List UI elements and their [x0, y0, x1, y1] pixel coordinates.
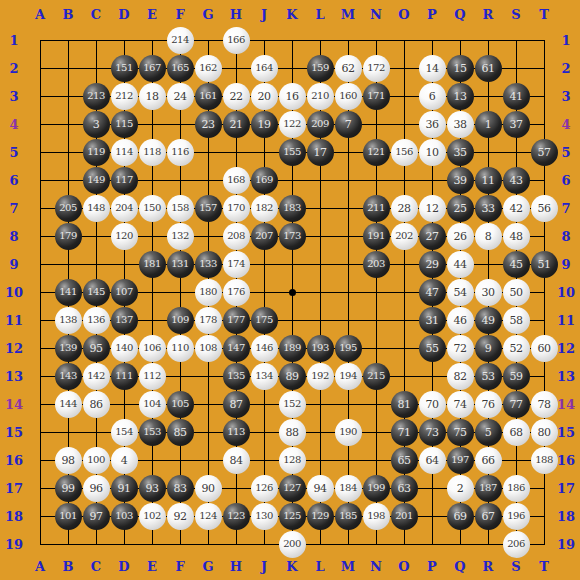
board-intersection-B16[interactable]: 98	[54, 446, 82, 474]
board-intersection-N12[interactable]	[362, 334, 390, 362]
board-intersection-J18[interactable]: 130	[250, 502, 278, 530]
board-intersection-K10[interactable]	[278, 278, 306, 306]
board-intersection-G18[interactable]: 124	[194, 502, 222, 530]
board-intersection-B2[interactable]	[54, 54, 82, 82]
board-intersection-K2[interactable]	[278, 54, 306, 82]
board-intersection-F19[interactable]	[166, 530, 194, 558]
board-intersection-Q8[interactable]: 26	[446, 222, 474, 250]
board-intersection-E2[interactable]: 167	[138, 54, 166, 82]
board-intersection-Q18[interactable]: 69	[446, 502, 474, 530]
board-intersection-D15[interactable]: 154	[110, 418, 138, 446]
board-intersection-P19[interactable]	[418, 530, 446, 558]
board-intersection-E9[interactable]: 181	[138, 250, 166, 278]
board-intersection-E15[interactable]: 153	[138, 418, 166, 446]
board-intersection-D3[interactable]: 212	[110, 82, 138, 110]
board-intersection-G17[interactable]: 90	[194, 474, 222, 502]
board-intersection-K16[interactable]: 128	[278, 446, 306, 474]
board-intersection-P18[interactable]	[418, 502, 446, 530]
board-intersection-N13[interactable]: 215	[362, 362, 390, 390]
board-intersection-K8[interactable]: 173	[278, 222, 306, 250]
board-intersection-T2[interactable]	[530, 54, 558, 82]
board-intersection-E14[interactable]: 104	[138, 390, 166, 418]
board-intersection-J12[interactable]: 146	[250, 334, 278, 362]
board-intersection-K6[interactable]	[278, 166, 306, 194]
board-intersection-G16[interactable]	[194, 446, 222, 474]
board-intersection-D5[interactable]: 114	[110, 138, 138, 166]
board-intersection-E11[interactable]	[138, 306, 166, 334]
board-intersection-M4[interactable]: 7	[334, 110, 362, 138]
board-intersection-C10[interactable]: 145	[82, 278, 110, 306]
board-intersection-G4[interactable]: 23	[194, 110, 222, 138]
board-intersection-T11[interactable]	[530, 306, 558, 334]
board-intersection-Q7[interactable]: 25	[446, 194, 474, 222]
board-intersection-M13[interactable]: 194	[334, 362, 362, 390]
board-intersection-A8[interactable]	[26, 222, 54, 250]
board-intersection-L7[interactable]	[306, 194, 334, 222]
board-intersection-B6[interactable]	[54, 166, 82, 194]
board-intersection-D2[interactable]: 151	[110, 54, 138, 82]
board-intersection-L17[interactable]: 94	[306, 474, 334, 502]
board-intersection-F12[interactable]: 110	[166, 334, 194, 362]
board-intersection-G10[interactable]: 180	[194, 278, 222, 306]
board-intersection-S7[interactable]: 42	[502, 194, 530, 222]
board-intersection-T18[interactable]	[530, 502, 558, 530]
board-intersection-R18[interactable]: 67	[474, 502, 502, 530]
board-intersection-L19[interactable]	[306, 530, 334, 558]
board-intersection-G11[interactable]: 178	[194, 306, 222, 334]
board-intersection-F1[interactable]: 214	[166, 26, 194, 54]
board-intersection-S2[interactable]	[502, 54, 530, 82]
board-intersection-J16[interactable]	[250, 446, 278, 474]
board-intersection-T12[interactable]: 60	[530, 334, 558, 362]
board-intersection-O8[interactable]: 202	[390, 222, 418, 250]
board-intersection-R8[interactable]: 8	[474, 222, 502, 250]
board-intersection-C7[interactable]: 148	[82, 194, 110, 222]
board-intersection-H12[interactable]: 147	[222, 334, 250, 362]
board-intersection-R7[interactable]: 33	[474, 194, 502, 222]
board-intersection-H11[interactable]: 177	[222, 306, 250, 334]
board-intersection-E5[interactable]: 118	[138, 138, 166, 166]
board-intersection-F9[interactable]: 131	[166, 250, 194, 278]
board-intersection-G3[interactable]: 161	[194, 82, 222, 110]
board-intersection-J1[interactable]	[250, 26, 278, 54]
board-intersection-N5[interactable]: 121	[362, 138, 390, 166]
board-intersection-R19[interactable]	[474, 530, 502, 558]
board-intersection-F10[interactable]	[166, 278, 194, 306]
board-intersection-M17[interactable]: 184	[334, 474, 362, 502]
board-intersection-J2[interactable]: 164	[250, 54, 278, 82]
board-intersection-E10[interactable]	[138, 278, 166, 306]
board-intersection-T19[interactable]	[530, 530, 558, 558]
board-intersection-K17[interactable]: 127	[278, 474, 306, 502]
board-intersection-F8[interactable]: 132	[166, 222, 194, 250]
board-intersection-K4[interactable]: 122	[278, 110, 306, 138]
board-intersection-F13[interactable]	[166, 362, 194, 390]
board-intersection-T6[interactable]	[530, 166, 558, 194]
board-intersection-H9[interactable]: 174	[222, 250, 250, 278]
board-intersection-T4[interactable]	[530, 110, 558, 138]
board-intersection-S19[interactable]: 206	[502, 530, 530, 558]
board-intersection-S10[interactable]: 50	[502, 278, 530, 306]
board-intersection-L11[interactable]	[306, 306, 334, 334]
board-intersection-L2[interactable]: 159	[306, 54, 334, 82]
board-intersection-F17[interactable]: 83	[166, 474, 194, 502]
board-intersection-F4[interactable]	[166, 110, 194, 138]
board-intersection-K15[interactable]: 88	[278, 418, 306, 446]
board-intersection-D9[interactable]	[110, 250, 138, 278]
board-intersection-T5[interactable]: 57	[530, 138, 558, 166]
board-intersection-S4[interactable]: 37	[502, 110, 530, 138]
board-intersection-C19[interactable]	[82, 530, 110, 558]
board-intersection-L15[interactable]	[306, 418, 334, 446]
board-intersection-C1[interactable]	[82, 26, 110, 54]
board-intersection-M3[interactable]: 160	[334, 82, 362, 110]
board-intersection-K12[interactable]: 189	[278, 334, 306, 362]
board-intersection-E13[interactable]: 112	[138, 362, 166, 390]
board-intersection-Q2[interactable]: 15	[446, 54, 474, 82]
board-intersection-D6[interactable]: 117	[110, 166, 138, 194]
board-intersection-D13[interactable]: 111	[110, 362, 138, 390]
board-intersection-L9[interactable]	[306, 250, 334, 278]
board-intersection-A14[interactable]	[26, 390, 54, 418]
board-intersection-M16[interactable]	[334, 446, 362, 474]
board-intersection-M5[interactable]	[334, 138, 362, 166]
board-intersection-Q13[interactable]: 82	[446, 362, 474, 390]
board-intersection-L14[interactable]	[306, 390, 334, 418]
board-intersection-C18[interactable]: 97	[82, 502, 110, 530]
board-intersection-A1[interactable]	[26, 26, 54, 54]
board-intersection-D16[interactable]: 4	[110, 446, 138, 474]
board-intersection-S17[interactable]: 186	[502, 474, 530, 502]
board-intersection-N17[interactable]: 199	[362, 474, 390, 502]
board-intersection-R14[interactable]: 76	[474, 390, 502, 418]
board-intersection-E4[interactable]	[138, 110, 166, 138]
board-intersection-T14[interactable]: 78	[530, 390, 558, 418]
board-intersection-Q12[interactable]: 72	[446, 334, 474, 362]
board-intersection-J17[interactable]: 126	[250, 474, 278, 502]
board-intersection-J4[interactable]: 19	[250, 110, 278, 138]
board-intersection-J15[interactable]	[250, 418, 278, 446]
board-intersection-D11[interactable]: 137	[110, 306, 138, 334]
board-intersection-E8[interactable]	[138, 222, 166, 250]
board-intersection-A5[interactable]	[26, 138, 54, 166]
board-intersection-C8[interactable]	[82, 222, 110, 250]
board-intersection-F11[interactable]: 109	[166, 306, 194, 334]
board-intersection-Q10[interactable]: 54	[446, 278, 474, 306]
board-intersection-G13[interactable]	[194, 362, 222, 390]
board-intersection-T10[interactable]	[530, 278, 558, 306]
board-intersection-N19[interactable]	[362, 530, 390, 558]
board-intersection-G19[interactable]	[194, 530, 222, 558]
board-intersection-P5[interactable]: 10	[418, 138, 446, 166]
board-intersection-N9[interactable]: 203	[362, 250, 390, 278]
board-intersection-B14[interactable]: 144	[54, 390, 82, 418]
board-intersection-H17[interactable]	[222, 474, 250, 502]
board-intersection-P15[interactable]: 73	[418, 418, 446, 446]
board-intersection-S16[interactable]	[502, 446, 530, 474]
board-intersection-K9[interactable]	[278, 250, 306, 278]
board-intersection-D19[interactable]	[110, 530, 138, 558]
board-intersection-H8[interactable]: 208	[222, 222, 250, 250]
board-intersection-A7[interactable]	[26, 194, 54, 222]
board-intersection-N18[interactable]: 198	[362, 502, 390, 530]
board-intersection-C16[interactable]: 100	[82, 446, 110, 474]
board-intersection-F18[interactable]: 92	[166, 502, 194, 530]
board-intersection-M15[interactable]: 190	[334, 418, 362, 446]
board-intersection-J6[interactable]: 169	[250, 166, 278, 194]
board-intersection-R15[interactable]: 5	[474, 418, 502, 446]
board-intersection-M14[interactable]	[334, 390, 362, 418]
board-intersection-L5[interactable]: 17	[306, 138, 334, 166]
board-intersection-L4[interactable]: 209	[306, 110, 334, 138]
board-intersection-S5[interactable]	[502, 138, 530, 166]
board-intersection-D10[interactable]: 107	[110, 278, 138, 306]
board-intersection-N4[interactable]	[362, 110, 390, 138]
board-intersection-M19[interactable]	[334, 530, 362, 558]
board-intersection-B1[interactable]	[54, 26, 82, 54]
board-intersection-P9[interactable]: 29	[418, 250, 446, 278]
board-intersection-N2[interactable]: 172	[362, 54, 390, 82]
board-intersection-J10[interactable]	[250, 278, 278, 306]
board-intersection-E12[interactable]: 106	[138, 334, 166, 362]
board-intersection-N8[interactable]: 191	[362, 222, 390, 250]
board-intersection-H18[interactable]: 123	[222, 502, 250, 530]
board-intersection-F5[interactable]: 116	[166, 138, 194, 166]
board-intersection-A13[interactable]	[26, 362, 54, 390]
board-intersection-L6[interactable]	[306, 166, 334, 194]
board-intersection-L16[interactable]	[306, 446, 334, 474]
board-intersection-R9[interactable]	[474, 250, 502, 278]
board-intersection-J13[interactable]: 134	[250, 362, 278, 390]
board-intersection-M10[interactable]	[334, 278, 362, 306]
board-intersection-F7[interactable]: 158	[166, 194, 194, 222]
board-intersection-J3[interactable]: 20	[250, 82, 278, 110]
board-intersection-L18[interactable]: 129	[306, 502, 334, 530]
board-intersection-O1[interactable]	[390, 26, 418, 54]
board-intersection-D17[interactable]: 91	[110, 474, 138, 502]
board-intersection-T13[interactable]	[530, 362, 558, 390]
board-intersection-O2[interactable]	[390, 54, 418, 82]
board-intersection-B7[interactable]: 205	[54, 194, 82, 222]
board-intersection-G6[interactable]	[194, 166, 222, 194]
board-intersection-L13[interactable]: 192	[306, 362, 334, 390]
board-intersection-Q1[interactable]	[446, 26, 474, 54]
board-intersection-Q4[interactable]: 38	[446, 110, 474, 138]
board-intersection-S11[interactable]: 58	[502, 306, 530, 334]
board-intersection-E1[interactable]	[138, 26, 166, 54]
board-intersection-K14[interactable]: 152	[278, 390, 306, 418]
board-intersection-O17[interactable]: 63	[390, 474, 418, 502]
board-intersection-C6[interactable]: 149	[82, 166, 110, 194]
board-intersection-P13[interactable]	[418, 362, 446, 390]
board-intersection-G1[interactable]	[194, 26, 222, 54]
board-intersection-O3[interactable]	[390, 82, 418, 110]
board-intersection-P2[interactable]: 14	[418, 54, 446, 82]
board-intersection-N16[interactable]	[362, 446, 390, 474]
board-intersection-H13[interactable]: 135	[222, 362, 250, 390]
board-intersection-R1[interactable]	[474, 26, 502, 54]
board-intersection-A12[interactable]	[26, 334, 54, 362]
board-intersection-O10[interactable]	[390, 278, 418, 306]
board-intersection-P3[interactable]: 6	[418, 82, 446, 110]
board-intersection-C13[interactable]: 142	[82, 362, 110, 390]
board-intersection-Q16[interactable]: 197	[446, 446, 474, 474]
board-intersection-L8[interactable]	[306, 222, 334, 250]
board-intersection-H3[interactable]: 22	[222, 82, 250, 110]
board-intersection-J19[interactable]	[250, 530, 278, 558]
board-intersection-K13[interactable]: 89	[278, 362, 306, 390]
board-intersection-J7[interactable]: 182	[250, 194, 278, 222]
board-intersection-S18[interactable]: 196	[502, 502, 530, 530]
board-intersection-C5[interactable]: 119	[82, 138, 110, 166]
board-intersection-A11[interactable]	[26, 306, 54, 334]
board-intersection-S12[interactable]: 52	[502, 334, 530, 362]
board-intersection-R2[interactable]: 61	[474, 54, 502, 82]
board-intersection-T1[interactable]	[530, 26, 558, 54]
board-intersection-E7[interactable]: 150	[138, 194, 166, 222]
board-intersection-O5[interactable]: 156	[390, 138, 418, 166]
board-intersection-D1[interactable]	[110, 26, 138, 54]
board-intersection-M11[interactable]	[334, 306, 362, 334]
board-intersection-F2[interactable]: 165	[166, 54, 194, 82]
board-intersection-B11[interactable]: 138	[54, 306, 82, 334]
board-intersection-D7[interactable]: 204	[110, 194, 138, 222]
board-intersection-F6[interactable]	[166, 166, 194, 194]
board-intersection-M2[interactable]: 62	[334, 54, 362, 82]
board-intersection-G12[interactable]: 108	[194, 334, 222, 362]
board-intersection-F14[interactable]: 105	[166, 390, 194, 418]
board-intersection-T9[interactable]: 51	[530, 250, 558, 278]
board-intersection-N11[interactable]	[362, 306, 390, 334]
board-intersection-O4[interactable]	[390, 110, 418, 138]
board-intersection-S3[interactable]: 41	[502, 82, 530, 110]
board-intersection-B3[interactable]	[54, 82, 82, 110]
board-intersection-M8[interactable]	[334, 222, 362, 250]
board-intersection-M18[interactable]: 185	[334, 502, 362, 530]
board-intersection-R17[interactable]: 187	[474, 474, 502, 502]
board-intersection-H5[interactable]	[222, 138, 250, 166]
board-intersection-T3[interactable]	[530, 82, 558, 110]
board-intersection-N7[interactable]: 211	[362, 194, 390, 222]
board-intersection-H2[interactable]	[222, 54, 250, 82]
board-intersection-G2[interactable]: 162	[194, 54, 222, 82]
board-intersection-B13[interactable]: 143	[54, 362, 82, 390]
board-intersection-P6[interactable]	[418, 166, 446, 194]
board-intersection-O16[interactable]: 65	[390, 446, 418, 474]
board-intersection-C9[interactable]	[82, 250, 110, 278]
board-intersection-B8[interactable]: 179	[54, 222, 82, 250]
board-intersection-A18[interactable]	[26, 502, 54, 530]
board-intersection-H19[interactable]	[222, 530, 250, 558]
board-intersection-H7[interactable]: 170	[222, 194, 250, 222]
board-intersection-B4[interactable]	[54, 110, 82, 138]
board-intersection-G8[interactable]	[194, 222, 222, 250]
board-intersection-E3[interactable]: 18	[138, 82, 166, 110]
board-intersection-H16[interactable]: 84	[222, 446, 250, 474]
board-intersection-R16[interactable]: 66	[474, 446, 502, 474]
board-intersection-S8[interactable]: 48	[502, 222, 530, 250]
board-intersection-B5[interactable]	[54, 138, 82, 166]
board-intersection-G14[interactable]	[194, 390, 222, 418]
board-intersection-G9[interactable]: 133	[194, 250, 222, 278]
board-intersection-J8[interactable]: 207	[250, 222, 278, 250]
board-intersection-H6[interactable]: 168	[222, 166, 250, 194]
board-intersection-S9[interactable]: 45	[502, 250, 530, 278]
board-intersection-P14[interactable]: 70	[418, 390, 446, 418]
board-intersection-N3[interactable]: 171	[362, 82, 390, 110]
board-intersection-Q11[interactable]: 46	[446, 306, 474, 334]
board-intersection-N14[interactable]	[362, 390, 390, 418]
board-intersection-O14[interactable]: 81	[390, 390, 418, 418]
board-intersection-G5[interactable]	[194, 138, 222, 166]
board-intersection-B10[interactable]: 141	[54, 278, 82, 306]
board-intersection-B17[interactable]: 99	[54, 474, 82, 502]
board-intersection-K3[interactable]: 16	[278, 82, 306, 110]
board-intersection-S1[interactable]	[502, 26, 530, 54]
board-intersection-Q14[interactable]: 74	[446, 390, 474, 418]
board-intersection-T7[interactable]: 56	[530, 194, 558, 222]
board-intersection-D4[interactable]: 115	[110, 110, 138, 138]
board-intersection-F15[interactable]: 85	[166, 418, 194, 446]
board-intersection-R13[interactable]: 53	[474, 362, 502, 390]
board-intersection-O7[interactable]: 28	[390, 194, 418, 222]
board-intersection-O9[interactable]	[390, 250, 418, 278]
board-intersection-K18[interactable]: 125	[278, 502, 306, 530]
board-intersection-K11[interactable]	[278, 306, 306, 334]
board-intersection-J5[interactable]	[250, 138, 278, 166]
board-intersection-Q3[interactable]: 13	[446, 82, 474, 110]
board-intersection-H14[interactable]: 87	[222, 390, 250, 418]
board-intersection-P11[interactable]: 31	[418, 306, 446, 334]
board-intersection-K1[interactable]	[278, 26, 306, 54]
board-intersection-S15[interactable]: 68	[502, 418, 530, 446]
board-intersection-L1[interactable]	[306, 26, 334, 54]
board-intersection-A6[interactable]	[26, 166, 54, 194]
board-intersection-B18[interactable]: 101	[54, 502, 82, 530]
board-intersection-M9[interactable]	[334, 250, 362, 278]
board-intersection-P12[interactable]: 55	[418, 334, 446, 362]
board-intersection-O12[interactable]	[390, 334, 418, 362]
board-intersection-C3[interactable]: 213	[82, 82, 110, 110]
board-intersection-A10[interactable]	[26, 278, 54, 306]
board-intersection-M6[interactable]	[334, 166, 362, 194]
board-intersection-R6[interactable]: 11	[474, 166, 502, 194]
board-intersection-O19[interactable]	[390, 530, 418, 558]
board-intersection-S14[interactable]: 77	[502, 390, 530, 418]
board-intersection-C11[interactable]: 136	[82, 306, 110, 334]
board-intersection-J11[interactable]: 175	[250, 306, 278, 334]
board-intersection-M1[interactable]	[334, 26, 362, 54]
board-intersection-B15[interactable]	[54, 418, 82, 446]
board-intersection-Q5[interactable]: 35	[446, 138, 474, 166]
board-intersection-A4[interactable]	[26, 110, 54, 138]
board-intersection-O15[interactable]: 71	[390, 418, 418, 446]
board-intersection-K19[interactable]: 200	[278, 530, 306, 558]
board-intersection-P8[interactable]: 27	[418, 222, 446, 250]
board-intersection-T17[interactable]	[530, 474, 558, 502]
board-intersection-Q17[interactable]: 2	[446, 474, 474, 502]
board-intersection-K7[interactable]: 183	[278, 194, 306, 222]
board-intersection-D14[interactable]	[110, 390, 138, 418]
board-intersection-B19[interactable]	[54, 530, 82, 558]
board-intersection-L12[interactable]: 193	[306, 334, 334, 362]
board-intersection-A9[interactable]	[26, 250, 54, 278]
board-intersection-P10[interactable]: 47	[418, 278, 446, 306]
board-intersection-P7[interactable]: 12	[418, 194, 446, 222]
board-intersection-R4[interactable]: 1	[474, 110, 502, 138]
board-intersection-R5[interactable]	[474, 138, 502, 166]
board-intersection-H4[interactable]: 21	[222, 110, 250, 138]
